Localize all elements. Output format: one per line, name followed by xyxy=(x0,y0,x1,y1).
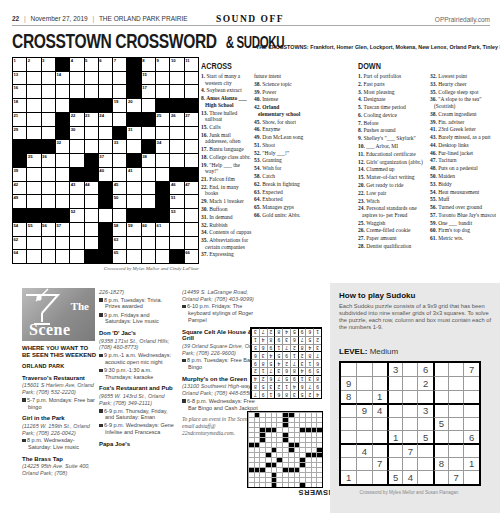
sudoku-cell: 8 xyxy=(433,457,448,470)
white-cell xyxy=(85,85,98,98)
clue-item-number: 35. xyxy=(201,237,209,243)
clue-number: 44 xyxy=(85,182,90,187)
clue-item-number: 53. xyxy=(254,157,262,163)
clue-number: 43 xyxy=(71,182,76,187)
clue-item-text: Lowest point xyxy=(438,73,467,79)
black-cell xyxy=(288,442,294,447)
sudoku-cell xyxy=(448,403,463,416)
white-cell xyxy=(276,472,282,477)
white-cell xyxy=(259,447,265,452)
white-cell: 25 xyxy=(156,113,169,126)
white-cell xyxy=(288,452,294,457)
clue-item: 6. Cooling device xyxy=(358,112,426,119)
clue-item: 59. One ___ bandit xyxy=(430,220,499,227)
clue-item-number: 55. xyxy=(430,196,438,202)
black-cell xyxy=(282,432,288,437)
white-cell: 40 xyxy=(99,168,112,181)
bullet-square-icon xyxy=(182,359,186,363)
section-title: SOUND OFF xyxy=(0,14,500,24)
white-cell: 24 xyxy=(99,113,112,126)
white-cell xyxy=(294,422,300,427)
sudoku-answer-cell: 3 xyxy=(274,367,282,375)
clue-item-text: Educational certificate xyxy=(366,151,416,157)
clue-item: 19. "Help ___ the way!" xyxy=(201,162,252,175)
clue-item-text: College class abbr. xyxy=(209,154,250,160)
white-cell xyxy=(70,250,83,263)
black-cell xyxy=(311,427,317,432)
white-cell xyxy=(113,154,126,167)
white-cell xyxy=(70,154,83,167)
sudoku-cell: 5 xyxy=(417,430,432,443)
black-cell xyxy=(99,182,112,195)
black-cell xyxy=(282,417,288,422)
clue-item: 63. Expected xyxy=(254,189,306,196)
white-cell xyxy=(254,417,260,422)
clue-item-number: 19. xyxy=(201,162,209,168)
clue-item-text: Muff xyxy=(438,196,449,202)
bullet-square-icon xyxy=(99,298,103,302)
white-cell xyxy=(305,422,311,427)
white-cell xyxy=(311,437,317,442)
clue-item: 26. Creme-filled cookie xyxy=(358,227,426,234)
white-cell xyxy=(27,195,40,208)
sudoku-answer-cell: 8 xyxy=(251,382,259,390)
black-cell xyxy=(282,467,288,472)
white-cell xyxy=(276,412,282,417)
black-cell xyxy=(299,457,305,462)
sudoku-answer-cell: 7 xyxy=(298,336,306,344)
black-cell xyxy=(316,447,322,452)
sudoku-answer-cell: 9 xyxy=(298,328,306,336)
sudoku-level-label: LEVEL: xyxy=(339,347,367,356)
sudoku-cell xyxy=(341,457,356,470)
clue-item: 13. Three hulled sailboat xyxy=(201,110,252,123)
clue-item-number: 60. xyxy=(430,227,438,233)
white-cell: 55 xyxy=(27,223,40,236)
clue-number: 42 xyxy=(14,182,19,187)
white-cell xyxy=(288,437,294,442)
sudoku-cell xyxy=(417,470,432,483)
white-cell xyxy=(282,482,288,487)
white-cell xyxy=(254,472,260,477)
white-cell xyxy=(288,427,294,432)
black-cell xyxy=(56,127,69,140)
black-cell xyxy=(127,85,140,98)
clue-item-text: Three hulled sailboat xyxy=(205,110,237,123)
clue-item: 57. Toronto Blue Jay's mascot xyxy=(430,212,499,219)
white-cell xyxy=(42,72,55,85)
clue-item-number: 39. xyxy=(430,119,438,125)
venue-event: 8 p.m. Wednesday-Saturday: Live music xyxy=(22,437,95,450)
white-cell: 3 xyxy=(42,58,55,71)
clue-item-text: Desktop links xyxy=(438,142,468,148)
white-cell xyxy=(299,422,305,427)
white-cell xyxy=(248,477,254,482)
clue-item-number: 13. xyxy=(201,110,209,116)
white-cell: 58 xyxy=(113,223,126,236)
sudoku-cell xyxy=(387,390,402,403)
sudoku-howto-title: How to play Sudoku xyxy=(339,291,415,300)
clue-item: 21. Falcon film xyxy=(201,176,252,183)
white-cell xyxy=(311,447,317,452)
white-cell: 1 xyxy=(13,58,26,71)
white-cell xyxy=(259,452,265,457)
white-cell xyxy=(282,447,288,452)
clue-item-text: Low pair xyxy=(366,190,386,196)
venue-address: (9358 171st St., Orland Hills; (708) 460… xyxy=(99,338,176,351)
sudoku-cell: 6 xyxy=(463,430,478,443)
white-cell xyxy=(271,432,277,437)
clue-item: 9. Shelley's "___ Skylark" xyxy=(358,135,426,142)
white-cell xyxy=(311,462,317,467)
black-cell xyxy=(127,113,140,126)
clue-item-number: 35. xyxy=(430,89,438,95)
white-cell: 18 xyxy=(13,99,26,112)
black-cell xyxy=(311,452,317,457)
black-cell xyxy=(56,113,69,126)
sudoku-answer-cell: 3 xyxy=(251,328,259,336)
white-cell xyxy=(56,250,69,263)
sudoku-answer-cell: 9 xyxy=(251,359,259,367)
venue-event-text: 5-7 p.m. Mondays: Free bar bingo xyxy=(27,397,95,410)
sudoku-cell: 9 xyxy=(356,403,371,416)
sudoku-cell xyxy=(341,430,356,443)
clue-item: 23. Witch xyxy=(358,198,426,205)
clue-item: 41. 23rd Greek letter xyxy=(430,126,499,133)
white-cell xyxy=(276,417,282,422)
clue-item-number: 62. xyxy=(254,181,262,187)
clue-item: 25. Waggish xyxy=(358,220,426,227)
clue-item-number: 65. xyxy=(254,204,262,210)
sudoku-cell xyxy=(341,417,356,430)
black-cell xyxy=(305,427,311,432)
clue-item-number: 20. xyxy=(358,182,366,188)
clue-item: 16. Junk mail addressee, often xyxy=(201,132,252,145)
clue-number: 30 xyxy=(71,127,76,132)
black-cell xyxy=(282,437,288,442)
white-cell xyxy=(305,472,311,477)
clue-number: 16 xyxy=(14,85,19,90)
white-cell xyxy=(113,113,126,126)
clue-item-text: Most pleasing xyxy=(364,89,395,95)
white-cell xyxy=(85,209,98,222)
sudoku-answer-cell: 6 xyxy=(305,328,313,336)
clue-item: 29. Mach 1 breaker xyxy=(201,198,252,205)
clue-item-text: Calls xyxy=(209,124,220,130)
venue-address: (14225 95th Ave. Suite 400, Orland Park;… xyxy=(22,463,95,476)
sudoku-answer-cell: 8 xyxy=(282,390,290,398)
clue-item: 44. Desktop links xyxy=(430,142,499,149)
website-url: OPPrairiedaily.com xyxy=(435,16,490,23)
white-cell: 20 xyxy=(127,99,140,112)
bullet-square-icon xyxy=(99,313,103,317)
clue-item: 27. Paper amount xyxy=(358,235,426,242)
white-cell xyxy=(265,477,271,482)
sudoku-answer-cell: 5 xyxy=(259,382,267,390)
black-cell xyxy=(294,442,300,447)
white-cell xyxy=(99,85,112,98)
sudoku-answer-cell: 1 xyxy=(290,351,298,359)
clue-item: 38. Cream ingredient xyxy=(430,111,499,118)
sudoku-answer-cell: 1 xyxy=(282,382,290,390)
white-cell: 49 xyxy=(13,195,26,208)
black-cell xyxy=(85,154,98,167)
sudoku-cell: 8 xyxy=(341,390,356,403)
clue-item: 8. Amos Alonzo ___ High School xyxy=(201,95,252,108)
sudoku-answer-cell: 6 xyxy=(267,375,275,383)
sudoku-answer-cell: 8 xyxy=(298,344,306,352)
sudoku-answer-cell: 7 xyxy=(290,359,298,367)
white-cell: 32 xyxy=(56,140,69,153)
sudoku-answer-cell: 6 xyxy=(259,344,267,352)
clue-number: 22 xyxy=(71,113,76,118)
white-cell xyxy=(265,482,271,487)
sudoku-answer-cell: 3 xyxy=(313,344,321,352)
sudoku-cell xyxy=(463,403,478,416)
sudoku-answer-cell: 2 xyxy=(259,375,267,383)
sudoku-answer-cell: 1 xyxy=(305,359,313,367)
white-cell: 39 xyxy=(13,168,26,181)
white-cell xyxy=(127,182,140,195)
clue-number: 51 xyxy=(171,195,176,200)
clue-number: 45 xyxy=(114,182,119,187)
clue-item-number: 15. xyxy=(201,124,209,130)
sudoku-answer-cell: 9 xyxy=(305,367,313,375)
white-cell: 46 xyxy=(170,182,183,195)
white-cell xyxy=(156,168,169,181)
clue-item-text: Part of portfolios xyxy=(364,73,402,79)
white-cell xyxy=(265,472,271,477)
masthead: CROSSTOWN CROSSWORD & SUDOKU THE CROSSTO… xyxy=(12,30,498,52)
white-cell xyxy=(254,437,260,442)
clue-number: 34 xyxy=(157,140,162,145)
venue-event-text: 6-8 p.m. Wednesdays: Free Bar Bingo and … xyxy=(187,398,258,411)
sudoku-cell: 1 xyxy=(387,430,402,443)
white-cell xyxy=(56,99,69,112)
clue-item-text: Orland elementary school xyxy=(258,104,300,117)
clue-number: 56 xyxy=(42,223,47,228)
white-cell xyxy=(276,422,282,427)
clue-item-text: Personal standards one aspires to- per F… xyxy=(362,205,417,218)
white-cell xyxy=(276,447,282,452)
black-cell xyxy=(156,195,169,208)
sudoku-answer-cell: 2 xyxy=(251,367,259,375)
white-cell xyxy=(248,437,254,442)
sudoku-answer-cell: 4 xyxy=(290,382,298,390)
black-cell xyxy=(99,250,112,263)
sudoku-cell xyxy=(402,376,417,389)
clue-item-text: Cream ingredient xyxy=(438,111,476,117)
white-cell: 52 xyxy=(70,209,83,222)
crossword-credit: Crossword by Myles Mellor and Cindy LaFl… xyxy=(60,266,199,271)
clue-item-text: Waggish xyxy=(366,220,385,226)
venue-event-text: 6-9 p.m. Wednesdays: Gene Infelise and F… xyxy=(104,422,174,435)
clue-item: 8. Pushes around xyxy=(358,127,426,134)
white-cell xyxy=(294,447,300,452)
sudoku-cell: 3 xyxy=(417,403,432,416)
white-cell xyxy=(271,442,277,447)
sudoku-level-value: Medium xyxy=(370,347,398,356)
sudoku-cell xyxy=(402,430,417,443)
sudoku-answer-cell: 7 xyxy=(274,375,282,383)
clue-item: 24. Personal standards one aspires to- p… xyxy=(358,205,426,218)
sudoku-howto-text: Each Sudoku puzzle consists of a 9x9 gri… xyxy=(339,303,493,331)
venue-event: 9 p.m. Fridays and Saturdays: Live music xyxy=(99,312,176,325)
black-cell xyxy=(259,432,265,437)
black-cell xyxy=(271,427,277,432)
white-cell xyxy=(42,113,55,126)
white-cell: 7 xyxy=(113,58,126,71)
white-cell xyxy=(271,452,277,457)
white-cell xyxy=(142,168,155,181)
clue-item-number: 48. xyxy=(430,165,438,171)
sudoku-cell xyxy=(387,376,402,389)
sudoku-cell xyxy=(463,390,478,403)
clue-item: 64. Exhorted xyxy=(254,196,306,203)
clue-item-text: Don McLean song xyxy=(262,134,303,140)
white-cell xyxy=(85,223,98,236)
white-cell: 53 xyxy=(170,209,183,222)
white-cell xyxy=(248,457,254,462)
clue-item-text: Catch xyxy=(262,173,275,179)
clue-item-text: Gold units: Abbr. xyxy=(262,212,300,218)
sudoku-cell xyxy=(341,363,356,376)
sudoku-cell xyxy=(372,363,387,376)
clue-number: 17 xyxy=(142,85,147,90)
clue-item: 22. Low pair xyxy=(358,190,426,197)
sudoku-answer-cell: 8 xyxy=(267,336,275,344)
white-cell: 60 xyxy=(142,223,155,236)
sudoku-cell xyxy=(372,443,387,456)
white-cell xyxy=(99,140,112,153)
crossword-answer-grid xyxy=(247,411,323,488)
white-cell xyxy=(56,85,69,98)
white-cell: 11 xyxy=(185,58,198,71)
sudoku-answer-cell: 2 xyxy=(313,336,321,344)
white-cell xyxy=(185,195,198,208)
black-cell xyxy=(85,250,98,263)
clue-item: 18. College class abbr. xyxy=(201,154,252,161)
bullet-square-icon xyxy=(99,354,103,358)
clue-number: 13 xyxy=(14,72,19,77)
white-cell xyxy=(259,477,265,482)
clue-number: 38 xyxy=(142,154,147,159)
white-cell: 43 xyxy=(70,182,83,195)
clue-item-number: 33. xyxy=(430,81,438,87)
sudoku-answer-cell: 6 xyxy=(251,351,259,359)
white-cell xyxy=(288,462,294,467)
sudoku-cell: 1 xyxy=(341,470,356,483)
sudoku-answer-cell: 3 xyxy=(290,390,298,398)
clue-item-text: Expected xyxy=(262,189,282,195)
white-cell xyxy=(185,154,198,167)
clue-item-number: 54. xyxy=(254,165,262,171)
clue-item-text: Fin. adviser xyxy=(438,119,464,125)
clue-item: 62. Break in fighting xyxy=(254,181,306,188)
black-cell xyxy=(254,442,260,447)
clue-item: 2. Fast parts xyxy=(358,81,426,88)
sudoku-cell xyxy=(387,403,402,416)
bullet-square-icon xyxy=(182,305,186,309)
black-cell xyxy=(170,99,183,112)
scene-logo-the: The xyxy=(71,300,89,312)
clue-number: 23 xyxy=(85,113,90,118)
white-cell xyxy=(27,113,40,126)
white-cell: 13 xyxy=(13,72,26,85)
down-heading: DOWN xyxy=(358,61,381,71)
clue-item: 1. Start of many a western city xyxy=(201,73,252,86)
sudoku-answer-cell: 7 xyxy=(313,351,321,359)
clue-number: 25 xyxy=(157,113,162,118)
clue-number: 64 xyxy=(14,250,19,255)
black-cell xyxy=(254,412,260,417)
white-cell xyxy=(282,442,288,447)
white-cell xyxy=(248,472,254,477)
black-cell xyxy=(282,412,288,417)
clue-number: 37 xyxy=(99,154,104,159)
white-cell: 16 xyxy=(13,85,26,98)
white-cell xyxy=(316,422,322,427)
clue-item-number: 54. xyxy=(430,189,438,195)
clue-item: 17. Bantu language xyxy=(201,146,252,153)
white-cell xyxy=(254,447,260,452)
sudoku-cell: 6 xyxy=(417,363,432,376)
white-cell xyxy=(316,437,322,442)
white-cell: 5 xyxy=(85,58,98,71)
white-cell xyxy=(156,85,169,98)
clue-item: 55. Muff xyxy=(430,196,499,203)
clue-item: 60. Firm's top dog xyxy=(430,227,499,234)
white-cell: 22 xyxy=(70,113,83,126)
sudoku-cell xyxy=(433,470,448,483)
white-cell: 2 xyxy=(27,58,40,71)
clue-item: 4. Soybean extract xyxy=(201,87,252,94)
clue-item: 46. Fur-lined jacket xyxy=(430,150,499,157)
clue-number: 47 xyxy=(185,182,190,187)
white-cell xyxy=(276,482,282,487)
clue-item-number: 30. xyxy=(201,206,209,212)
white-cell xyxy=(170,237,183,250)
black-cell xyxy=(305,452,311,457)
clue-item-number: 21. xyxy=(201,176,209,182)
white-cell xyxy=(142,237,155,250)
white-cell xyxy=(265,467,271,472)
sudoku-cell xyxy=(433,403,448,416)
sudoku-answer-cell: 6 xyxy=(313,359,321,367)
clue-number: 39 xyxy=(14,168,19,173)
black-cell xyxy=(271,462,277,467)
white-cell xyxy=(254,457,260,462)
white-cell xyxy=(56,182,69,195)
clue-item-text: Turned over ground xyxy=(438,204,482,210)
clue-number: 62 xyxy=(14,237,19,242)
clue-continuation: future intent xyxy=(254,73,306,80)
white-cell xyxy=(299,477,305,482)
white-cell xyxy=(42,99,55,112)
sudoku-cell xyxy=(448,376,463,389)
clue-item-number: 45. xyxy=(254,119,262,125)
sudoku-cell: 7 xyxy=(463,363,478,376)
white-cell xyxy=(248,482,254,487)
clue-item-number: 32. xyxy=(201,222,209,228)
sudoku-answer-cell: 8 xyxy=(290,367,298,375)
white-cell xyxy=(70,85,83,98)
clue-number: 50 xyxy=(114,195,119,200)
clue-number: 2 xyxy=(28,58,30,63)
white-cell: 33 xyxy=(113,140,126,153)
white-cell xyxy=(271,467,277,472)
sudoku-cell xyxy=(463,443,478,456)
